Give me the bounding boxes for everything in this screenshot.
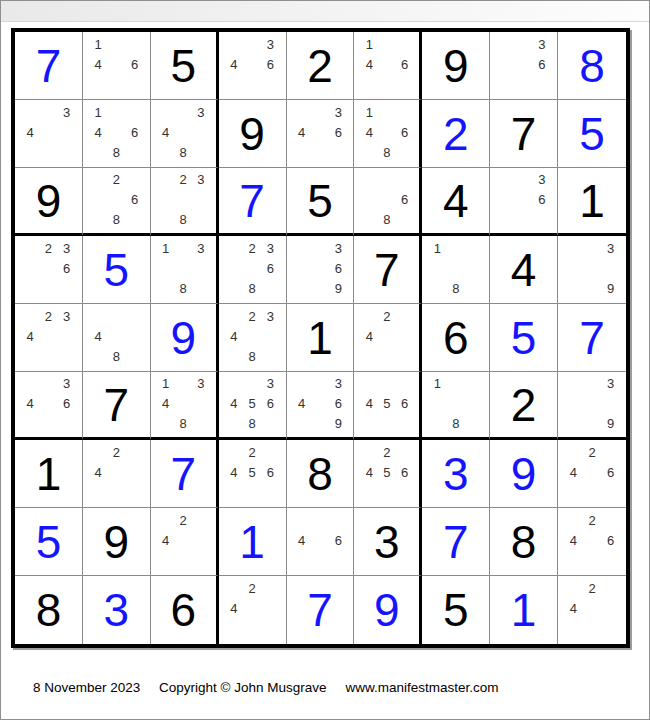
pencil-mark-6: 6 (329, 530, 347, 550)
cell-r1c4[interactable]: 346 (219, 32, 287, 100)
cell-r4c3[interactable]: 138 (151, 236, 219, 304)
pencil-mark-4: 4 (225, 462, 243, 482)
pencil-mark-8: 8 (378, 209, 396, 229)
pencil-mark-2: 2 (39, 306, 57, 326)
cell-r3c3[interactable]: 238 (151, 168, 219, 236)
given-digit: 4 (422, 168, 489, 233)
cell-r2c4[interactable]: 9 (219, 100, 287, 168)
cell-r6c9[interactable]: 39 (558, 372, 626, 440)
pencil-marks: 18 (422, 372, 489, 437)
footer-date: 8 November 2023 (33, 680, 140, 695)
cell-r5c2[interactable]: 48 (83, 304, 151, 372)
given-digit: 3 (354, 508, 419, 575)
pencil-mark-2: 2 (243, 306, 261, 326)
cell-r9c8[interactable]: 1 (490, 576, 558, 644)
pencil-mark-1: 1 (428, 374, 446, 394)
solved-digit: 7 (422, 508, 489, 575)
pencil-mark-8: 8 (243, 413, 261, 433)
pencil-mark-3: 3 (192, 238, 210, 258)
cell-r2c2[interactable]: 1468 (83, 100, 151, 168)
pencil-mark-4: 4 (225, 326, 243, 346)
pencil-mark-6: 6 (261, 394, 279, 414)
pencil-mark-3: 3 (58, 238, 76, 258)
cell-r1c3[interactable]: 5 (151, 32, 219, 100)
cell-r4c1[interactable]: 236 (15, 236, 83, 304)
pencil-mark-2: 2 (583, 442, 602, 462)
solved-digit: 2 (422, 100, 489, 167)
pencil-mark-3: 3 (261, 238, 279, 258)
pencil-mark-6: 6 (533, 54, 551, 74)
pencil-mark-6: 6 (396, 394, 414, 414)
cell-r5c6[interactable]: 24 (354, 304, 422, 372)
cell-r5c3[interactable]: 9 (151, 304, 219, 372)
pencil-mark-3: 3 (58, 306, 76, 326)
cell-r3c1[interactable]: 9 (15, 168, 83, 236)
pencil-mark-8: 8 (107, 143, 125, 163)
given-digit: 7 (354, 236, 419, 303)
cell-r6c1[interactable]: 346 (15, 372, 83, 440)
cell-r2c6[interactable]: 1468 (354, 100, 422, 168)
pencil-mark-8: 8 (243, 279, 261, 299)
pencil-mark-4: 4 (564, 462, 583, 482)
cell-r7c6[interactable]: 2456 (354, 440, 422, 508)
pencil-mark-9: 9 (329, 413, 347, 433)
pencil-marks: 1468 (354, 100, 419, 167)
pencil-marks: 238 (151, 168, 216, 233)
given-digit: 8 (490, 508, 557, 575)
pencil-mark-4: 4 (225, 54, 243, 74)
cell-r3c8[interactable]: 36 (490, 168, 558, 236)
cell-r1c1[interactable]: 7 (15, 32, 83, 100)
pencil-mark-4: 4 (360, 122, 378, 142)
pencil-marks: 24 (219, 576, 286, 644)
pencil-mark-1: 1 (360, 102, 378, 122)
pencil-mark-4: 4 (157, 122, 175, 142)
pencil-mark-9: 9 (601, 279, 620, 299)
given-digit: 5 (422, 576, 489, 644)
pencil-mark-4: 4 (225, 394, 243, 414)
solved-digit: 5 (558, 100, 626, 167)
pencil-mark-3: 3 (261, 34, 279, 54)
footer-copyright: Copyright © John Musgrave (159, 680, 327, 695)
pencil-mark-5: 5 (243, 462, 261, 482)
cell-r8c9[interactable]: 246 (558, 508, 626, 576)
pencil-mark-1: 1 (360, 34, 378, 54)
pencil-marks: 1468 (83, 100, 150, 167)
pencil-mark-6: 6 (329, 258, 347, 278)
pencil-mark-4: 4 (293, 394, 311, 414)
cell-r1c9[interactable]: 8 (558, 32, 626, 100)
pencil-mark-4: 4 (89, 326, 107, 346)
pencil-mark-6: 6 (396, 54, 414, 74)
pencil-mark-2: 2 (107, 442, 125, 462)
pencil-mark-3: 3 (329, 102, 347, 122)
pencil-marks: 346 (287, 100, 354, 167)
cell-r8c6[interactable]: 3 (354, 508, 422, 576)
pencil-mark-4: 4 (157, 530, 175, 550)
pencil-mark-2: 2 (243, 578, 261, 599)
cell-r5c4[interactable]: 2348 (219, 304, 287, 372)
pencil-mark-6: 6 (601, 462, 620, 482)
cell-r4c9[interactable]: 39 (558, 236, 626, 304)
pencil-mark-6: 6 (125, 122, 143, 142)
given-digit: 2 (490, 372, 557, 437)
pencil-mark-6: 6 (601, 530, 620, 550)
given-digit: 7 (83, 372, 150, 437)
pencil-mark-3: 3 (192, 170, 210, 190)
given-digit: 8 (15, 576, 82, 644)
pencil-marks: 24 (151, 508, 216, 575)
pencil-mark-4: 4 (293, 530, 311, 550)
cell-r2c5[interactable]: 346 (287, 100, 355, 168)
cell-r9c5[interactable]: 7 (287, 576, 355, 644)
pencil-mark-8: 8 (174, 279, 192, 299)
pencil-marks: 2456 (219, 440, 286, 507)
cell-r8c3[interactable]: 24 (151, 508, 219, 576)
pencil-mark-6: 6 (58, 394, 76, 414)
pencil-mark-1: 1 (89, 34, 107, 54)
pencil-mark-3: 3 (58, 102, 76, 122)
pencil-marks: 346 (219, 32, 286, 99)
pencil-mark-5: 5 (243, 394, 261, 414)
cell-r3c9[interactable]: 1 (558, 168, 626, 236)
cell-r7c9[interactable]: 246 (558, 440, 626, 508)
pencil-mark-6: 6 (261, 54, 279, 74)
cell-r2c1[interactable]: 34 (15, 100, 83, 168)
solved-digit: 9 (354, 576, 419, 644)
pencil-marks: 39 (558, 236, 626, 303)
pencil-mark-6: 6 (261, 258, 279, 278)
cell-r7c7[interactable]: 3 (422, 440, 490, 508)
cell-r9c6[interactable]: 9 (354, 576, 422, 644)
cell-r4c8[interactable]: 4 (490, 236, 558, 304)
cell-r3c5[interactable]: 5 (287, 168, 355, 236)
pencil-mark-4: 4 (564, 599, 583, 620)
solved-digit: 5 (15, 508, 82, 575)
cell-r1c2[interactable]: 146 (83, 32, 151, 100)
given-digit: 1 (15, 440, 82, 507)
pencil-mark-6: 6 (533, 190, 551, 210)
cell-r3c2[interactable]: 268 (83, 168, 151, 236)
pencil-mark-2: 2 (107, 170, 125, 190)
cell-r4c7[interactable]: 18 (422, 236, 490, 304)
pencil-mark-8: 8 (447, 279, 465, 299)
pencil-mark-6: 6 (58, 258, 76, 278)
pencil-mark-3: 3 (192, 102, 210, 122)
cell-r9c4[interactable]: 24 (219, 576, 287, 644)
cell-r4c5[interactable]: 369 (287, 236, 355, 304)
solved-digit: 7 (287, 576, 354, 644)
cell-r8c4[interactable]: 1 (219, 508, 287, 576)
given-digit: 9 (422, 32, 489, 99)
solved-digit: 7 (558, 304, 626, 371)
footer: 8 November 2023 Copyright © John Musgrav… (33, 680, 513, 695)
cell-r8c2[interactable]: 9 (83, 508, 151, 576)
solved-digit: 5 (83, 236, 150, 303)
pencil-mark-2: 2 (243, 442, 261, 462)
pencil-mark-2: 2 (583, 578, 602, 599)
pencil-mark-4: 4 (564, 530, 583, 550)
cell-r1c7[interactable]: 9 (422, 32, 490, 100)
pencil-mark-8: 8 (174, 143, 192, 163)
pencil-mark-9: 9 (601, 413, 620, 433)
pencil-mark-6: 6 (329, 394, 347, 414)
cell-r8c5[interactable]: 46 (287, 508, 355, 576)
pencil-mark-4: 4 (157, 394, 175, 414)
cell-r1c6[interactable]: 146 (354, 32, 422, 100)
solved-digit: 8 (558, 32, 626, 99)
pencil-mark-4: 4 (21, 394, 39, 414)
pencil-mark-1: 1 (157, 238, 175, 258)
cell-r8c7[interactable]: 7 (422, 508, 490, 576)
pencil-marks: 24 (558, 576, 626, 644)
window-titlebar (1, 1, 649, 22)
given-digit: 6 (422, 304, 489, 371)
solved-digit: 1 (219, 508, 286, 575)
pencil-mark-6: 6 (261, 462, 279, 482)
cell-r6c2[interactable]: 7 (83, 372, 151, 440)
cell-r6c7[interactable]: 18 (422, 372, 490, 440)
pencil-marks: 348 (151, 100, 216, 167)
pencil-mark-4: 4 (293, 122, 311, 142)
pencil-mark-8: 8 (174, 209, 192, 229)
solved-digit: 5 (490, 304, 557, 371)
cell-r2c9[interactable]: 5 (558, 100, 626, 168)
pencil-marks: 236 (15, 236, 82, 303)
pencil-mark-8: 8 (378, 143, 396, 163)
pencil-mark-2: 2 (378, 306, 396, 326)
cell-r2c7[interactable]: 2 (422, 100, 490, 168)
pencil-mark-6: 6 (396, 122, 414, 142)
pencil-mark-3: 3 (58, 374, 76, 394)
cell-r8c1[interactable]: 5 (15, 508, 83, 576)
cell-r1c8[interactable]: 36 (490, 32, 558, 100)
cell-r9c1[interactable]: 8 (15, 576, 83, 644)
pencil-marks: 24 (354, 304, 419, 371)
pencil-mark-4: 4 (360, 326, 378, 346)
pencil-mark-5: 5 (378, 394, 396, 414)
pencil-marks: 24 (83, 440, 150, 507)
pencil-marks: 36 (490, 168, 557, 233)
given-digit: 9 (219, 100, 286, 167)
given-digit: 8 (287, 440, 354, 507)
cell-r3c6[interactable]: 68 (354, 168, 422, 236)
pencil-mark-4: 4 (360, 54, 378, 74)
cell-r4c2[interactable]: 5 (83, 236, 151, 304)
pencil-marks: 2348 (219, 304, 286, 371)
pencil-marks: 34568 (219, 372, 286, 437)
solved-digit: 3 (83, 576, 150, 644)
pencil-marks: 246 (558, 508, 626, 575)
cell-r9c7[interactable]: 5 (422, 576, 490, 644)
pencil-mark-3: 3 (261, 374, 279, 394)
pencil-marks: 36 (490, 32, 557, 99)
pencil-mark-3: 3 (329, 238, 347, 258)
pencil-marks: 2456 (354, 440, 419, 507)
given-digit: 9 (15, 168, 82, 233)
pencil-mark-6: 6 (125, 190, 143, 210)
given-digit: 7 (490, 100, 557, 167)
cell-r7c4[interactable]: 2456 (219, 440, 287, 508)
pencil-mark-6: 6 (125, 54, 143, 74)
cell-r9c3[interactable]: 6 (151, 576, 219, 644)
pencil-marks: 138 (151, 236, 216, 303)
pencil-mark-2: 2 (174, 170, 192, 190)
pencil-mark-2: 2 (583, 510, 602, 530)
given-digit: 2 (287, 32, 354, 99)
given-digit: 1 (558, 168, 626, 233)
given-digit: 5 (151, 32, 216, 99)
pencil-marks: 46 (287, 508, 354, 575)
pencil-mark-2: 2 (378, 442, 396, 462)
cell-r3c7[interactable]: 4 (422, 168, 490, 236)
pencil-mark-3: 3 (601, 374, 620, 394)
pencil-mark-8: 8 (447, 413, 465, 433)
pencil-marks: 2368 (219, 236, 286, 303)
cell-r6c6[interactable]: 456 (354, 372, 422, 440)
solved-digit: 1 (490, 576, 557, 644)
pencil-marks: 234 (15, 304, 82, 371)
cell-r2c8[interactable]: 7 (490, 100, 558, 168)
cell-r1c5[interactable]: 2 (287, 32, 355, 100)
sudoku-board: 7146534621469368341468348934614682759268… (11, 28, 630, 648)
pencil-marks: 3469 (287, 372, 354, 437)
cell-r4c6[interactable]: 7 (354, 236, 422, 304)
pencil-mark-3: 3 (192, 374, 210, 394)
cell-r7c2[interactable]: 24 (83, 440, 151, 508)
pencil-mark-8: 8 (107, 347, 125, 367)
pencil-mark-1: 1 (157, 374, 175, 394)
pencil-mark-4: 4 (360, 394, 378, 414)
pencil-mark-8: 8 (107, 209, 125, 229)
pencil-mark-3: 3 (261, 306, 279, 326)
pencil-marks: 68 (354, 168, 419, 233)
pencil-mark-8: 8 (243, 347, 261, 367)
pencil-mark-9: 9 (329, 279, 347, 299)
cell-r7c8[interactable]: 9 (490, 440, 558, 508)
pencil-mark-2: 2 (39, 238, 57, 258)
pencil-mark-4: 4 (89, 462, 107, 482)
solved-digit: 3 (422, 440, 489, 507)
pencil-mark-4: 4 (89, 122, 107, 142)
pencil-mark-4: 4 (89, 54, 107, 74)
pencil-mark-4: 4 (360, 462, 378, 482)
cell-r8c8[interactable]: 8 (490, 508, 558, 576)
pencil-marks: 146 (354, 32, 419, 99)
pencil-mark-3: 3 (533, 170, 551, 190)
pencil-mark-2: 2 (174, 510, 192, 530)
pencil-mark-4: 4 (225, 599, 243, 620)
pencil-marks: 48 (83, 304, 150, 371)
cell-r7c5[interactable]: 8 (287, 440, 355, 508)
pencil-mark-8: 8 (174, 413, 192, 433)
given-digit: 5 (287, 168, 354, 233)
pencil-mark-3: 3 (329, 374, 347, 394)
pencil-mark-3: 3 (533, 34, 551, 54)
pencil-marks: 18 (422, 236, 489, 303)
pencil-marks: 246 (558, 440, 626, 507)
cell-r4c4[interactable]: 2368 (219, 236, 287, 304)
given-digit: 6 (151, 576, 216, 644)
pencil-mark-6: 6 (396, 462, 414, 482)
cell-r7c3[interactable]: 7 (151, 440, 219, 508)
cell-r5c8[interactable]: 5 (490, 304, 558, 372)
cell-r6c3[interactable]: 1348 (151, 372, 219, 440)
pencil-marks: 146 (83, 32, 150, 99)
cell-r6c8[interactable]: 2 (490, 372, 558, 440)
pencil-marks: 39 (558, 372, 626, 437)
given-digit: 4 (490, 236, 557, 303)
pencil-marks: 268 (83, 168, 150, 233)
pencil-mark-3: 3 (601, 238, 620, 258)
cell-r7c1[interactable]: 1 (15, 440, 83, 508)
cell-r5c9[interactable]: 7 (558, 304, 626, 372)
pencil-marks: 346 (15, 372, 82, 437)
cell-r9c2[interactable]: 3 (83, 576, 151, 644)
cell-r2c3[interactable]: 348 (151, 100, 219, 168)
solved-digit: 7 (15, 32, 82, 99)
cell-r9c9[interactable]: 24 (558, 576, 626, 644)
footer-website[interactable]: www.manifestmaster.com (345, 680, 498, 695)
cell-r5c1[interactable]: 234 (15, 304, 83, 372)
pencil-mark-4: 4 (21, 326, 39, 346)
pencil-mark-5: 5 (378, 462, 396, 482)
solved-digit: 7 (151, 440, 216, 507)
pencil-mark-2: 2 (243, 238, 261, 258)
pencil-marks: 34 (15, 100, 82, 167)
cell-r6c5[interactable]: 3469 (287, 372, 355, 440)
solved-digit: 7 (219, 168, 286, 233)
solved-digit: 9 (490, 440, 557, 507)
pencil-mark-1: 1 (428, 238, 446, 258)
pencil-mark-6: 6 (329, 122, 347, 142)
app-window: 7146534621469368341468348934614682759268… (0, 0, 650, 720)
pencil-marks: 1348 (151, 372, 216, 437)
cell-r5c7[interactable]: 6 (422, 304, 490, 372)
cell-r6c4[interactable]: 34568 (219, 372, 287, 440)
solved-digit: 9 (151, 304, 216, 371)
cell-r5c5[interactable]: 1 (287, 304, 355, 372)
pencil-marks: 369 (287, 236, 354, 303)
given-digit: 1 (287, 304, 354, 371)
pencil-mark-6: 6 (396, 190, 414, 210)
cell-r3c4[interactable]: 7 (219, 168, 287, 236)
pencil-marks: 456 (354, 372, 419, 437)
pencil-mark-4: 4 (21, 122, 39, 142)
given-digit: 9 (83, 508, 150, 575)
pencil-mark-1: 1 (89, 102, 107, 122)
